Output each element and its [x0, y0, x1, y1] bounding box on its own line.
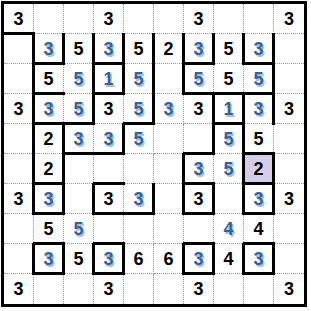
cell-r2c8[interactable]: 5	[244, 64, 274, 94]
cell-r1c3[interactable]: 3	[94, 34, 124, 64]
cell-r0c5[interactable]	[154, 4, 184, 34]
cell-r8c7[interactable]: 4	[214, 244, 244, 274]
cell-r0c3[interactable]: 3	[94, 4, 124, 34]
cell-r9c5[interactable]	[154, 274, 184, 304]
cell-r7c6[interactable]	[184, 214, 214, 244]
cell-r2c5[interactable]	[154, 64, 184, 94]
cell-r9c0[interactable]: 3	[4, 274, 34, 304]
cell-r5c8[interactable]: 2	[244, 154, 274, 184]
cell-r0c2[interactable]	[64, 4, 94, 34]
cell-r7c7[interactable]: 4	[214, 214, 244, 244]
cell-r3c2[interactable]: 5	[64, 94, 94, 124]
cell-r9c1[interactable]	[34, 274, 64, 304]
cell-r7c2[interactable]: 5	[64, 214, 94, 244]
cell-r6c3[interactable]: 3	[94, 184, 124, 214]
cell-r7c0[interactable]	[4, 214, 34, 244]
cell-r3c6[interactable]: 3	[184, 94, 214, 124]
cell-r8c3[interactable]: 3	[94, 244, 124, 274]
cell-r7c9[interactable]	[274, 214, 304, 244]
cell-r2c6[interactable]: 5	[184, 64, 214, 94]
cell-r0c7[interactable]	[214, 4, 244, 34]
cell-r7c4[interactable]	[124, 214, 154, 244]
cell-r6c0[interactable]: 3	[4, 184, 34, 214]
cell-r2c1[interactable]: 5	[34, 64, 64, 94]
cell-r2c4[interactable]: 5	[124, 64, 154, 94]
cell-r9c4[interactable]	[124, 274, 154, 304]
cell-r1c2[interactable]: 5	[64, 34, 94, 64]
cell-r0c1[interactable]	[34, 4, 64, 34]
cell-r1c5[interactable]: 2	[154, 34, 184, 64]
cell-r2c3[interactable]: 1	[94, 64, 124, 94]
cell-r6c8[interactable]: 3	[244, 184, 274, 214]
cell-r9c2[interactable]	[64, 274, 94, 304]
cell-r4c4[interactable]: 5	[124, 124, 154, 154]
cell-r3c3[interactable]: 3	[94, 94, 124, 124]
cell-r0c9[interactable]: 3	[274, 4, 304, 34]
cell-r2c9[interactable]	[274, 64, 304, 94]
cell-r3c1[interactable]: 3	[34, 94, 64, 124]
cell-r2c7[interactable]: 5	[214, 64, 244, 94]
cell-r4c8[interactable]: 5	[244, 124, 274, 154]
cell-r9c6[interactable]: 3	[184, 274, 214, 304]
cell-r8c0[interactable]	[4, 244, 34, 274]
cell-r0c6[interactable]: 3	[184, 4, 214, 34]
cell-r5c2[interactable]	[64, 154, 94, 184]
cell-r0c0[interactable]: 3	[4, 4, 34, 34]
cell-r5c3[interactable]	[94, 154, 124, 184]
cell-r3c0[interactable]: 3	[4, 94, 34, 124]
cell-r8c1[interactable]: 3	[34, 244, 64, 274]
cell-r4c6[interactable]	[184, 124, 214, 154]
cell-r8c2[interactable]: 5	[64, 244, 94, 274]
cell-r3c5[interactable]: 3	[154, 94, 184, 124]
cell-r8c6[interactable]: 3	[184, 244, 214, 274]
cell-r1c1[interactable]: 3	[34, 34, 64, 64]
cell-r9c8[interactable]	[244, 274, 274, 304]
cell-r6c4[interactable]: 3	[124, 184, 154, 214]
cell-r7c3[interactable]	[94, 214, 124, 244]
cell-r1c9[interactable]	[274, 34, 304, 64]
cell-r6c7[interactable]	[214, 184, 244, 214]
cell-r0c4[interactable]	[124, 4, 154, 34]
cell-r5c9[interactable]	[274, 154, 304, 184]
cell-r4c7[interactable]: 5	[214, 124, 244, 154]
cell-r2c0[interactable]	[4, 64, 34, 94]
cell-r1c8[interactable]: 3	[244, 34, 274, 64]
cell-r4c2[interactable]: 3	[64, 124, 94, 154]
cell-r7c8[interactable]: 4	[244, 214, 274, 244]
cell-r1c6[interactable]: 3	[184, 34, 214, 64]
cell-r6c6[interactable]: 3	[184, 184, 214, 214]
puzzle-screen: 3333353523535515555335353313323355523523…	[0, 0, 311, 311]
cell-r7c1[interactable]: 5	[34, 214, 64, 244]
cell-r6c2[interactable]	[64, 184, 94, 214]
cell-r4c3[interactable]: 3	[94, 124, 124, 154]
cell-r3c9[interactable]: 3	[274, 94, 304, 124]
cell-r9c9[interactable]: 3	[274, 274, 304, 304]
cell-r4c0[interactable]	[4, 124, 34, 154]
cell-r8c5[interactable]: 6	[154, 244, 184, 274]
cell-r4c1[interactable]: 2	[34, 124, 64, 154]
cell-r4c5[interactable]	[154, 124, 184, 154]
puzzle-board[interactable]: 3333353523535515555335353313323355523523…	[1, 1, 307, 307]
cell-r3c7[interactable]: 1	[214, 94, 244, 124]
cell-r6c9[interactable]: 3	[274, 184, 304, 214]
cell-r3c4[interactable]: 5	[124, 94, 154, 124]
cell-r5c5[interactable]	[154, 154, 184, 184]
cell-r7c5[interactable]	[154, 214, 184, 244]
cell-r8c4[interactable]: 6	[124, 244, 154, 274]
cell-r5c7[interactable]: 5	[214, 154, 244, 184]
cell-r9c7[interactable]	[214, 274, 244, 304]
cell-grid: 3333353523535515555335353313323355523523…	[4, 4, 304, 304]
cell-r2c2[interactable]: 5	[64, 64, 94, 94]
cell-r1c7[interactable]: 5	[214, 34, 244, 64]
cell-r5c4[interactable]	[124, 154, 154, 184]
cell-r6c5[interactable]	[154, 184, 184, 214]
cell-r5c0[interactable]	[4, 154, 34, 184]
cell-r5c1[interactable]: 2	[34, 154, 64, 184]
cell-r1c0[interactable]	[4, 34, 34, 64]
cell-r5c6[interactable]: 3	[184, 154, 214, 184]
cell-r9c3[interactable]: 3	[94, 274, 124, 304]
cell-r8c9[interactable]	[274, 244, 304, 274]
cell-r8c8[interactable]: 3	[244, 244, 274, 274]
cell-r1c4[interactable]: 5	[124, 34, 154, 64]
cell-r6c1[interactable]: 3	[34, 184, 64, 214]
cell-r4c9[interactable]	[274, 124, 304, 154]
cell-r0c8[interactable]	[244, 4, 274, 34]
cell-r3c8[interactable]: 3	[244, 94, 274, 124]
